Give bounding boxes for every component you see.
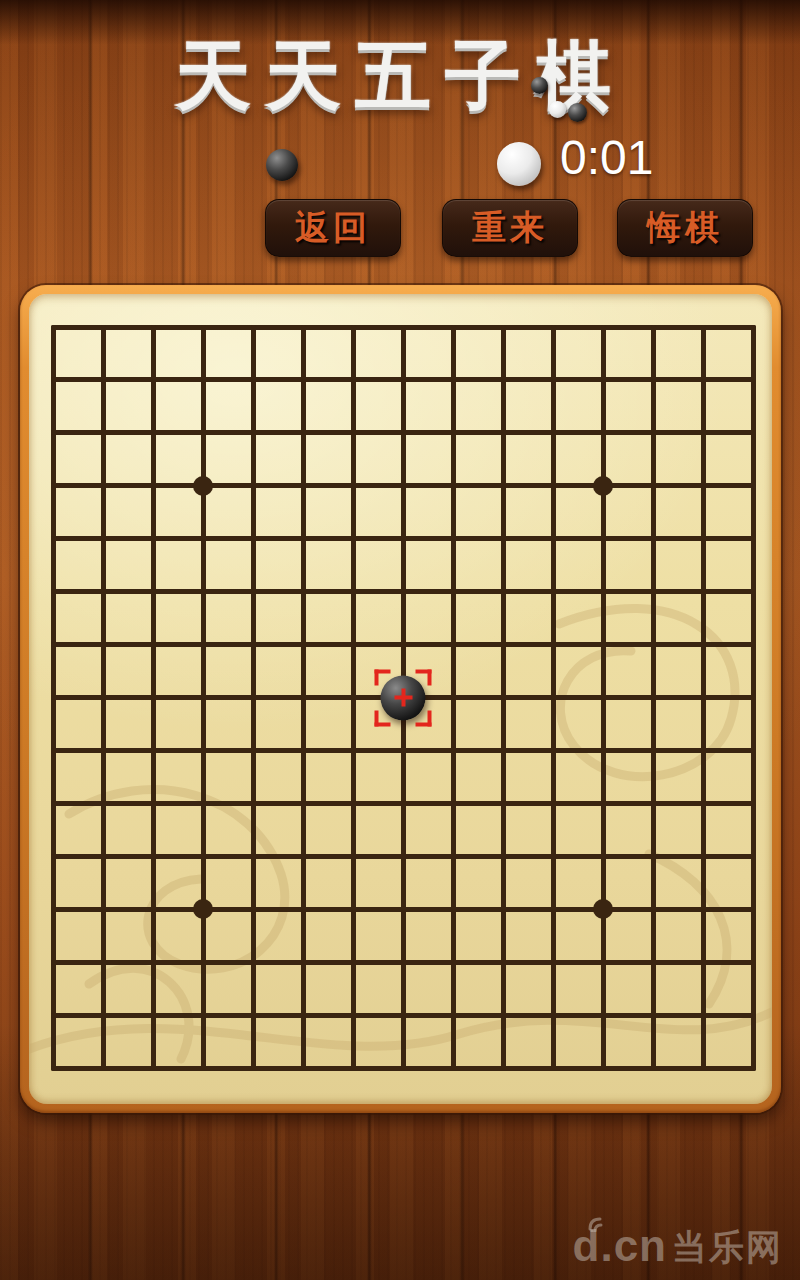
grid-line <box>51 1013 756 1018</box>
star-point <box>193 476 213 496</box>
grid-line <box>451 325 456 1071</box>
grid-line <box>551 325 556 1071</box>
board-grid[interactable] <box>53 327 753 1068</box>
grid-line <box>651 325 656 1071</box>
star-point <box>593 476 613 496</box>
app-title: 天天五子棋 <box>0 36 800 116</box>
grid-line <box>51 960 756 965</box>
grid-line <box>601 325 606 1071</box>
last-move-marker <box>375 669 432 726</box>
board-surface <box>29 294 772 1104</box>
site-watermark: d.cn 当乐网 <box>573 1228 783 1264</box>
undo-button[interactable]: 悔棋 <box>617 199 753 257</box>
title-deco-white-stone <box>549 101 566 118</box>
black-player-stone-icon <box>266 149 298 181</box>
star-point <box>193 899 213 919</box>
title-deco-black-stone <box>531 77 548 94</box>
back-button[interactable]: 返回 <box>265 199 401 257</box>
grid-line <box>51 1066 756 1071</box>
title-deco-black-stone <box>568 103 587 122</box>
grid-line <box>51 907 756 912</box>
grid-line <box>751 325 756 1071</box>
grid-line <box>701 325 706 1071</box>
grid-line <box>51 854 756 859</box>
site-name: 当乐网 <box>672 1230 783 1264</box>
signal-icon <box>587 1210 613 1232</box>
black-stone <box>381 675 426 720</box>
board-frame <box>20 285 781 1113</box>
grid-line <box>51 748 756 753</box>
star-point <box>593 899 613 919</box>
grid-line <box>501 325 506 1071</box>
title-bar: 天天五子棋 <box>0 0 800 140</box>
dcn-logo: d.cn <box>573 1228 667 1264</box>
white-player-stone-icon <box>497 142 541 186</box>
restart-button[interactable]: 重来 <box>442 199 578 257</box>
move-timer: 0:01 <box>560 132 670 184</box>
grid-line <box>51 801 756 806</box>
